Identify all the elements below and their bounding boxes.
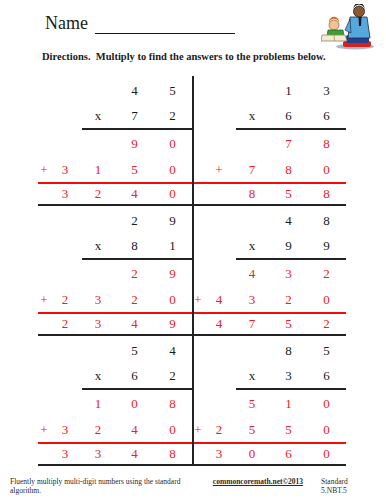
times-sign-cell: x — [234, 232, 270, 259]
plus-sign-cell: + — [38, 286, 50, 313]
directions-text: Directions. Multiply to find the answers… — [42, 51, 326, 62]
digit-cell: 6 — [307, 102, 346, 129]
partial-product-2-row: +2550 — [192, 416, 346, 443]
digit-cell: 0 — [307, 389, 346, 419]
digit-cell: 7 — [116, 102, 153, 129]
addition-line — [38, 442, 192, 444]
digit-cell: 2 — [50, 313, 80, 334]
multiplicand-row: 85 — [192, 336, 346, 362]
digit-cell: 0 — [307, 416, 346, 443]
digit-cell: 3 — [270, 259, 307, 289]
digit-cell: 1 — [153, 232, 192, 259]
multiplication-line — [236, 258, 346, 260]
empty-cell — [50, 102, 80, 129]
digit-cell: 4 — [204, 313, 234, 334]
digit-cell: 2 — [204, 416, 234, 443]
multiplicand-row: 13 — [192, 76, 346, 102]
digit-cell: 3 — [50, 443, 80, 464]
worksheet-page: Name Directions. Multiply to find the an… — [0, 0, 386, 500]
multiplier-row: x99 — [192, 232, 346, 259]
digit-cell: 4 — [204, 286, 234, 313]
digit-cell: 2 — [307, 259, 346, 289]
digit-cell: 0 — [153, 183, 192, 204]
addition-line — [38, 312, 192, 314]
digit-cell: 8 — [116, 232, 153, 259]
partial-product-1-row: 29 — [38, 259, 192, 286]
digit-cell: 5 — [270, 183, 307, 204]
empty-cell — [38, 362, 50, 389]
footer: Fluently multiply multi-digit numbers us… — [10, 477, 376, 495]
problem-block-4: 48x99432+43204752 — [192, 206, 346, 336]
footer-standard-description: Fluently multiply multi-digit numbers us… — [10, 477, 201, 495]
empty-cell — [38, 443, 50, 464]
problem-block-6: 85x36510+25503060 — [192, 336, 346, 466]
digit-cell: 2 — [270, 286, 307, 313]
partial-product-2-row: +4320 — [192, 286, 346, 313]
empty-cell — [38, 183, 50, 204]
digit-cell: 2 — [116, 286, 153, 313]
empty-cell — [204, 362, 234, 389]
digit-cell: 0 — [116, 389, 153, 419]
problem-block-2: 13x6678+780858 — [192, 76, 346, 206]
plus-sign-cell: + — [38, 416, 50, 443]
digit-cell: 5 — [116, 156, 153, 183]
plus-sign-cell: + — [38, 156, 50, 183]
digit-cell: 9 — [307, 232, 346, 259]
digit-cell: 7 — [234, 313, 270, 334]
digit-cell: 0 — [153, 286, 192, 313]
times-sign-cell: x — [80, 362, 116, 389]
addition-line — [38, 182, 192, 184]
name-label: Name — [45, 13, 88, 33]
partial-product-1-row: 78 — [192, 129, 346, 156]
digit-cell: 6 — [307, 362, 346, 389]
digit-cell: 0 — [153, 156, 192, 183]
empty-cell — [50, 129, 80, 159]
problems-grid: 45x7290+3150324013x6678+78085829x8129+23… — [38, 76, 346, 466]
digit-cell: 3 — [80, 286, 116, 313]
digit-cell: 3 — [50, 183, 80, 204]
empty-cell — [38, 313, 50, 334]
digit-cell: 0 — [307, 443, 346, 464]
product-row: 3240 — [38, 183, 192, 204]
empty-cell — [38, 259, 50, 289]
empty-cell — [204, 129, 234, 159]
digit-cell: 1 — [80, 389, 116, 419]
digit-cell: 4 — [116, 183, 153, 204]
addition-line — [192, 182, 346, 184]
digit-cell: 2 — [153, 102, 192, 129]
multiplication-line — [236, 388, 346, 390]
empty-cell — [38, 102, 50, 129]
digit-cell: 0 — [234, 443, 270, 464]
empty-cell — [50, 259, 80, 289]
empty-cell — [50, 389, 80, 419]
digit-cell: 0 — [307, 286, 346, 313]
digit-cell: 2 — [80, 416, 116, 443]
digit-cell: 4 — [116, 416, 153, 443]
digit-cell: 3 — [80, 443, 116, 464]
product-row: 3348 — [38, 443, 192, 464]
partial-product-2-row: +780 — [192, 156, 346, 183]
times-sign-cell: x — [80, 102, 116, 129]
product-row: 3060 — [192, 443, 346, 464]
digit-cell: 8 — [153, 443, 192, 464]
digit-cell: 2 — [50, 286, 80, 313]
partial-product-1-row: 90 — [38, 129, 192, 156]
name-blank-line — [95, 16, 235, 34]
partial-product-2-row: +3150 — [38, 156, 192, 183]
empty-cell — [38, 389, 50, 419]
digit-cell: 6 — [116, 362, 153, 389]
digit-cell: 0 — [307, 156, 346, 183]
footer-standard-code: Standard 5.NBT.5 — [321, 477, 372, 495]
empty-cell — [50, 362, 80, 389]
digit-cell: 4 — [116, 313, 153, 334]
multiplicand-row: 48 — [192, 206, 346, 232]
digit-cell: 4 — [234, 259, 270, 289]
digit-cell: 8 — [307, 183, 346, 204]
empty-cell — [204, 183, 234, 204]
digit-cell: 9 — [116, 129, 153, 159]
multiplicand-row: 45 — [38, 76, 192, 102]
multiplier-row: x72 — [38, 102, 192, 129]
multiplier-row: x66 — [192, 102, 346, 129]
digit-cell: 8 — [234, 183, 270, 204]
problem-block-1: 45x7290+31503240 — [38, 76, 192, 206]
digit-cell: 1 — [80, 156, 116, 183]
digit-cell: 2 — [80, 183, 116, 204]
digit-cell: 5 — [270, 313, 307, 334]
digit-cell: 9 — [153, 313, 192, 334]
digit-cell: 1 — [270, 389, 307, 419]
digit-cell: 7 — [234, 156, 270, 183]
empty-cell — [38, 129, 50, 159]
digit-cell: 9 — [270, 232, 307, 259]
product-row: 4752 — [192, 313, 346, 334]
multiplicand-row: 54 — [38, 336, 192, 362]
multiplier-row: x36 — [192, 362, 346, 389]
digit-cell: 8 — [270, 156, 307, 183]
name-header: Name — [45, 13, 235, 34]
footer-website-link[interactable]: commoncoremath.net©2013 — [213, 477, 303, 486]
partial-product-2-row: +2320 — [38, 286, 192, 313]
teacher-student-reading-clipart — [321, 4, 379, 50]
product-row: 2349 — [38, 313, 192, 334]
product-row: 858 — [192, 183, 346, 204]
digit-cell: 3 — [50, 416, 80, 443]
digit-cell: 3 — [50, 156, 80, 183]
empty-cell — [234, 129, 270, 159]
partial-product-1-row: 108 — [38, 389, 192, 416]
digit-cell: 9 — [153, 259, 192, 289]
digit-cell: 0 — [153, 416, 192, 443]
digit-cell: 8 — [307, 129, 346, 159]
multiplication-line — [82, 258, 192, 260]
empty-cell — [204, 259, 234, 289]
empty-cell — [80, 129, 116, 159]
multiplication-line — [82, 128, 192, 130]
digit-cell: 3 — [270, 362, 307, 389]
empty-cell — [80, 259, 116, 289]
multiplication-line — [82, 388, 192, 390]
problem-block-3: 29x8129+23202349 — [38, 206, 192, 336]
empty-cell — [38, 232, 50, 259]
addition-line — [192, 442, 346, 444]
digit-cell: 5 — [270, 416, 307, 443]
digit-cell: 6 — [270, 102, 307, 129]
digit-cell: 4 — [116, 443, 153, 464]
digit-cell: 6 — [270, 443, 307, 464]
multiplication-line — [236, 128, 346, 130]
column-divider — [192, 76, 194, 466]
digit-cell: 3 — [80, 313, 116, 334]
digit-cell: 5 — [234, 389, 270, 419]
times-sign-cell: x — [234, 102, 270, 129]
plus-sign-cell: + — [204, 156, 234, 183]
digit-cell: 3 — [204, 443, 234, 464]
digit-cell: 2 — [116, 259, 153, 289]
empty-cell — [204, 102, 234, 129]
partial-product-2-row: +3240 — [38, 416, 192, 443]
empty-cell — [50, 232, 80, 259]
partial-product-1-row: 432 — [192, 259, 346, 286]
digit-cell: 0 — [153, 129, 192, 159]
partial-product-1-row: 510 — [192, 389, 346, 416]
times-sign-cell: x — [234, 362, 270, 389]
multiplier-row: x62 — [38, 362, 192, 389]
problem-block-5: 54x62108+32403348 — [38, 336, 192, 466]
addition-line — [192, 312, 346, 314]
digit-cell: 5 — [234, 416, 270, 443]
digit-cell: 2 — [307, 313, 346, 334]
multiplier-row: x81 — [38, 232, 192, 259]
empty-cell — [204, 232, 234, 259]
multiplicand-row: 29 — [38, 206, 192, 232]
digit-cell: 3 — [234, 286, 270, 313]
digit-cell: 2 — [153, 362, 192, 389]
digit-cell: 8 — [153, 389, 192, 419]
empty-cell — [204, 389, 234, 419]
times-sign-cell: x — [80, 232, 116, 259]
digit-cell: 7 — [270, 129, 307, 159]
